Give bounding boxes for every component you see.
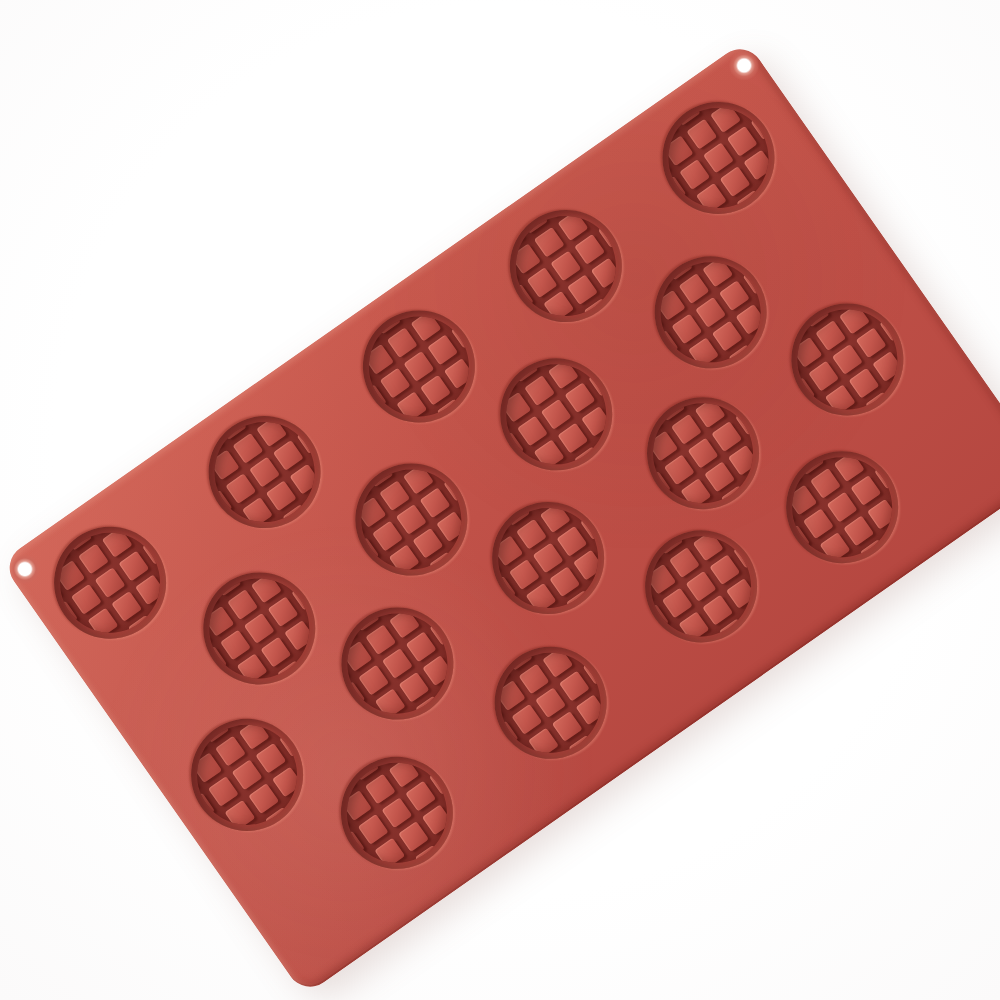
waffle-square bbox=[728, 445, 759, 476]
waffle-square bbox=[429, 552, 460, 583]
waffle-square bbox=[237, 653, 268, 684]
waffle-square bbox=[334, 831, 365, 862]
waffle-square bbox=[128, 615, 159, 646]
waffle-square bbox=[703, 143, 734, 174]
waffle-grid bbox=[778, 290, 917, 429]
waffle-cavity bbox=[181, 550, 337, 706]
waffle-square bbox=[542, 647, 573, 678]
waffle-square bbox=[488, 721, 519, 752]
waffle-square bbox=[301, 644, 329, 675]
waffle-square bbox=[599, 678, 620, 709]
waffle-square bbox=[277, 661, 308, 692]
waffle-square bbox=[348, 750, 379, 781]
waffle-square bbox=[558, 210, 589, 241]
waffle-square bbox=[523, 488, 554, 509]
waffle-square bbox=[631, 540, 659, 571]
waffle-cavity bbox=[640, 80, 796, 236]
waffle-square bbox=[678, 384, 709, 405]
waffle-square bbox=[645, 564, 676, 595]
waffle-square bbox=[61, 520, 92, 551]
waffle-square bbox=[670, 95, 701, 126]
waffle-square bbox=[743, 602, 771, 633]
waffle-square bbox=[427, 335, 458, 366]
waffle-square bbox=[767, 133, 788, 164]
waffle-grid bbox=[349, 297, 488, 436]
waffle-square bbox=[478, 512, 506, 543]
waffle-square bbox=[849, 368, 880, 399]
waffle-square bbox=[820, 532, 851, 563]
waffle-square bbox=[487, 368, 515, 399]
waffle-square bbox=[406, 632, 437, 663]
waffle-square bbox=[40, 577, 61, 608]
waffle-square bbox=[405, 568, 436, 589]
waffle-square bbox=[492, 536, 523, 567]
waffle-square bbox=[569, 735, 600, 766]
waffle-square bbox=[422, 805, 453, 836]
waffle-square bbox=[396, 504, 427, 535]
waffle-square bbox=[686, 119, 717, 150]
waffle-square bbox=[373, 594, 404, 615]
waffle-square bbox=[719, 280, 750, 311]
waffle-square bbox=[633, 447, 654, 478]
waffle-square bbox=[652, 524, 683, 555]
waffle-square bbox=[778, 354, 799, 385]
waffle-square bbox=[540, 502, 571, 533]
waffle-square bbox=[327, 807, 348, 838]
waffle-square bbox=[592, 718, 620, 749]
waffle-square bbox=[558, 423, 589, 454]
waffle-square bbox=[686, 571, 717, 602]
waffle-square bbox=[836, 556, 867, 577]
waffle-cavity bbox=[319, 735, 475, 891]
waffle-square bbox=[373, 408, 404, 436]
waffle-square bbox=[615, 241, 636, 272]
waffle-square bbox=[508, 352, 539, 383]
waffle-square bbox=[710, 102, 741, 133]
waffle-square bbox=[342, 473, 370, 504]
waffle-square bbox=[413, 528, 444, 559]
waffle-square bbox=[648, 330, 679, 361]
waffle-square bbox=[225, 800, 256, 831]
waffle-square bbox=[590, 574, 618, 605]
waffle-square bbox=[135, 574, 166, 605]
waffle-square bbox=[429, 764, 460, 795]
waffle-square bbox=[415, 696, 446, 727]
waffle-square bbox=[363, 457, 394, 488]
waffle-square bbox=[195, 426, 223, 457]
waffle-square bbox=[382, 648, 413, 679]
waffle-square bbox=[380, 368, 411, 399]
waffle-square bbox=[566, 633, 597, 661]
waffle-square bbox=[104, 632, 135, 653]
waffle-square bbox=[211, 566, 242, 597]
waffle-grid bbox=[772, 438, 911, 577]
waffle-square bbox=[817, 438, 848, 459]
waffle-square bbox=[641, 307, 662, 338]
waffle-square bbox=[584, 298, 615, 329]
waffle-square bbox=[297, 423, 328, 454]
waffle-square bbox=[195, 466, 216, 497]
waffle-square bbox=[209, 450, 240, 481]
waffle-square bbox=[735, 405, 766, 436]
waffle-square bbox=[559, 671, 590, 702]
waffle-square bbox=[78, 544, 109, 575]
waffle-square bbox=[222, 705, 253, 726]
waffle-square bbox=[531, 345, 562, 366]
waffle-square bbox=[291, 580, 322, 611]
waffle-grid bbox=[40, 513, 179, 652]
waffle-square bbox=[356, 384, 387, 415]
waffle-square bbox=[858, 438, 889, 466]
waffle-square bbox=[487, 409, 508, 440]
waffle-square bbox=[686, 243, 717, 264]
waffle-square bbox=[259, 521, 290, 542]
waffle-square bbox=[365, 561, 396, 589]
waffle-square bbox=[351, 705, 382, 733]
waffle-square bbox=[283, 504, 314, 535]
waffle-square bbox=[863, 290, 894, 318]
waffle-square bbox=[427, 450, 458, 478]
waffle-square bbox=[227, 589, 258, 620]
waffle-square bbox=[365, 624, 396, 655]
waffle-square bbox=[375, 689, 406, 720]
waffle-square bbox=[679, 611, 710, 642]
waffle-square bbox=[526, 633, 557, 654]
waffle-square bbox=[342, 514, 363, 545]
waffle-square bbox=[580, 509, 611, 540]
waffle-square bbox=[430, 615, 461, 646]
waffle-square bbox=[142, 534, 173, 565]
waffle-square bbox=[657, 495, 688, 523]
waffle-square bbox=[204, 606, 235, 637]
waffle-square bbox=[481, 697, 502, 728]
waffle-grid bbox=[496, 196, 635, 335]
waffle-square bbox=[495, 680, 526, 711]
waffle-square bbox=[834, 451, 865, 482]
waffle-square bbox=[736, 190, 767, 221]
waffle-square bbox=[502, 640, 533, 671]
waffle-square bbox=[696, 183, 727, 214]
waffle-grid bbox=[478, 488, 617, 627]
waffle-square bbox=[190, 582, 218, 613]
waffle-square bbox=[712, 321, 743, 352]
waffle-square bbox=[265, 807, 296, 838]
waffle-square bbox=[374, 838, 405, 869]
waffle-square bbox=[415, 845, 446, 876]
waffle-square bbox=[752, 428, 773, 459]
waffle-square bbox=[726, 578, 757, 609]
waffle-square bbox=[649, 152, 670, 183]
waffle-square bbox=[412, 743, 443, 771]
waffle-square bbox=[119, 551, 150, 582]
waffle-square bbox=[496, 220, 524, 251]
waffle-square bbox=[372, 521, 403, 552]
waffle-square bbox=[573, 550, 604, 581]
waffle-square bbox=[404, 351, 435, 382]
waffle-square bbox=[597, 533, 618, 564]
waffle-square bbox=[598, 217, 629, 248]
waffle-square bbox=[152, 598, 180, 629]
waffle-square bbox=[541, 196, 572, 217]
waffle-square bbox=[502, 600, 533, 628]
waffle-square bbox=[751, 109, 782, 140]
waffle-square bbox=[778, 313, 806, 344]
waffle-square bbox=[842, 408, 873, 429]
waffle-cavity bbox=[32, 505, 188, 661]
waffle-square bbox=[394, 297, 425, 318]
waffle-square bbox=[503, 284, 534, 315]
waffle-square bbox=[565, 382, 596, 413]
waffle-grid bbox=[190, 559, 329, 698]
waffle-square bbox=[679, 159, 710, 190]
waffle-square bbox=[248, 783, 279, 814]
waffle-square bbox=[328, 658, 349, 689]
waffle-square bbox=[413, 594, 444, 622]
waffle-square bbox=[439, 828, 467, 859]
waffle-square bbox=[446, 788, 467, 819]
waffle-square bbox=[422, 655, 453, 686]
waffle-square bbox=[591, 258, 622, 289]
waffle-square bbox=[796, 549, 827, 577]
waffle-square bbox=[272, 767, 303, 798]
waffle-square bbox=[550, 463, 581, 484]
waffle-square bbox=[504, 744, 535, 772]
waffle-square bbox=[159, 558, 180, 589]
waffle-square bbox=[263, 705, 294, 733]
waffle-square bbox=[598, 430, 626, 461]
waffle-grid bbox=[649, 88, 788, 227]
waffle-square bbox=[704, 462, 735, 493]
waffle-square bbox=[453, 535, 481, 566]
waffle-square bbox=[688, 337, 719, 368]
waffle-square bbox=[342, 641, 373, 672]
waffle-grid bbox=[631, 517, 770, 656]
waffle-square bbox=[261, 637, 292, 668]
waffle-square bbox=[280, 402, 311, 430]
waffle-square bbox=[860, 539, 891, 570]
waffle-square bbox=[672, 314, 703, 345]
waffle-square bbox=[389, 757, 420, 788]
waffle-square bbox=[801, 401, 832, 429]
waffle-square bbox=[721, 485, 752, 516]
waffle-square bbox=[517, 416, 548, 447]
waffle-square bbox=[496, 260, 517, 291]
waffle-square bbox=[177, 769, 198, 800]
waffle-square bbox=[279, 726, 310, 757]
waffle-square bbox=[605, 390, 626, 421]
waffle-square bbox=[268, 596, 299, 627]
waffle-grid bbox=[195, 402, 334, 541]
waffle-square bbox=[564, 488, 595, 516]
waffle-square bbox=[851, 475, 882, 506]
waffle-square bbox=[744, 150, 775, 181]
waffle-square bbox=[233, 433, 264, 464]
waffle-square bbox=[527, 267, 558, 298]
waffle-square bbox=[436, 511, 467, 542]
waffle-square bbox=[672, 200, 703, 228]
waffle-square bbox=[220, 630, 251, 661]
waffle-square bbox=[534, 227, 565, 258]
waffle-square bbox=[663, 135, 694, 166]
waffle-square bbox=[655, 628, 686, 656]
waffle-square bbox=[372, 743, 403, 764]
waffle-cavity bbox=[473, 625, 629, 781]
waffle-square bbox=[520, 308, 551, 336]
waffle-square bbox=[702, 257, 733, 288]
waffle-square bbox=[676, 517, 707, 538]
waffle-square bbox=[574, 234, 605, 265]
waffle-square bbox=[485, 576, 516, 607]
waffle-square bbox=[201, 817, 232, 845]
waffle-square bbox=[216, 409, 247, 440]
waffle-square bbox=[213, 670, 244, 698]
waffle-square bbox=[308, 604, 329, 635]
waffle-square bbox=[358, 814, 389, 845]
waffle-square bbox=[803, 508, 834, 539]
waffle-square bbox=[239, 719, 270, 750]
waffle-square bbox=[524, 375, 555, 406]
waffle-grid bbox=[633, 384, 772, 523]
waffle-square bbox=[572, 345, 603, 373]
waffle-square bbox=[208, 776, 239, 807]
waffle-square bbox=[88, 608, 119, 639]
waffle-square bbox=[549, 566, 580, 597]
waffle-square bbox=[40, 536, 68, 567]
waffle-square bbox=[510, 456, 541, 484]
waffle-square bbox=[349, 361, 370, 392]
waffle-square bbox=[872, 351, 903, 382]
waffle-square bbox=[664, 454, 695, 485]
waffle-cavity bbox=[769, 281, 925, 437]
waffle-square bbox=[779, 525, 810, 556]
waffle-square bbox=[832, 344, 863, 375]
waffle-square bbox=[874, 459, 905, 490]
waffle-square bbox=[413, 415, 444, 436]
waffle-square bbox=[519, 664, 550, 695]
waffle-cavity bbox=[341, 288, 497, 444]
waffle-square bbox=[743, 264, 774, 295]
waffle-square bbox=[541, 399, 572, 430]
waffle-square bbox=[64, 624, 95, 652]
waffle-square bbox=[823, 290, 854, 311]
waffle-square bbox=[654, 390, 685, 421]
waffle-square bbox=[446, 639, 467, 670]
waffle-square bbox=[370, 304, 401, 335]
waffle-square bbox=[481, 657, 509, 688]
waffle-square bbox=[253, 677, 284, 698]
waffle-grid bbox=[641, 243, 780, 382]
waffle-square bbox=[656, 176, 687, 207]
waffle-square bbox=[111, 591, 142, 622]
waffle-square bbox=[655, 290, 686, 321]
waffle-square bbox=[760, 173, 788, 204]
waffle-square bbox=[772, 501, 793, 532]
waffle-square bbox=[341, 790, 372, 821]
waffle-square bbox=[711, 421, 742, 452]
waffle-square bbox=[95, 567, 126, 598]
waffle-square bbox=[662, 250, 693, 281]
waffle-square bbox=[289, 790, 317, 821]
waffle-square bbox=[399, 672, 430, 703]
waffle-square bbox=[759, 288, 780, 319]
waffle-square bbox=[543, 291, 574, 322]
waffle-square bbox=[534, 439, 565, 470]
waffle-square bbox=[389, 608, 420, 639]
waffle-square bbox=[808, 361, 839, 392]
waffle-square bbox=[266, 481, 297, 512]
waffle-square bbox=[420, 488, 451, 519]
waffle-square bbox=[719, 619, 750, 650]
waffle-square bbox=[85, 513, 116, 534]
waffle-square bbox=[190, 623, 211, 654]
waffle-cavity bbox=[478, 336, 634, 492]
waffle-square bbox=[392, 712, 423, 733]
waffle-square bbox=[641, 266, 669, 297]
waffle-cavity bbox=[488, 188, 644, 344]
waffle-square bbox=[825, 385, 856, 416]
waffle-square bbox=[510, 244, 541, 275]
waffle-square bbox=[351, 854, 382, 882]
waffle-square bbox=[356, 497, 387, 528]
waffle-square bbox=[439, 679, 467, 710]
waffle-square bbox=[517, 203, 548, 234]
waffle-square bbox=[251, 573, 282, 604]
waffle-square bbox=[631, 581, 652, 612]
waffle-square bbox=[792, 337, 823, 368]
waffle-square bbox=[884, 523, 912, 554]
waffle-square bbox=[284, 620, 315, 651]
waffle-square bbox=[516, 519, 547, 550]
waffle-square bbox=[126, 513, 157, 541]
waffle-square bbox=[468, 342, 489, 373]
waffle-square bbox=[891, 482, 912, 513]
waffle-square bbox=[896, 335, 917, 366]
waffle-square bbox=[856, 327, 887, 358]
waffle-square bbox=[382, 797, 413, 828]
waffle-square bbox=[633, 407, 661, 438]
waffle-square bbox=[688, 438, 719, 469]
waffle-square bbox=[461, 382, 489, 413]
waffle-square bbox=[405, 781, 436, 812]
waffle-cavity bbox=[764, 429, 920, 585]
photo-background bbox=[0, 0, 1000, 1000]
waffle-square bbox=[198, 712, 229, 743]
waffle-square bbox=[215, 736, 246, 767]
waffle-square bbox=[662, 588, 693, 619]
waffle-square bbox=[713, 207, 744, 228]
waffle-square bbox=[695, 297, 726, 328]
waffle-square bbox=[358, 665, 389, 696]
waffle-square bbox=[202, 490, 233, 521]
waffle-square bbox=[581, 196, 612, 224]
waffle-square bbox=[726, 243, 757, 271]
waffle-square bbox=[638, 604, 669, 635]
waffle-square bbox=[47, 601, 78, 632]
waffle-square bbox=[772, 461, 800, 492]
waffle-cavity bbox=[187, 394, 343, 550]
waffle-square bbox=[184, 793, 215, 824]
waffle-square bbox=[398, 821, 429, 852]
waffle-square bbox=[242, 497, 273, 528]
waffle-cavity bbox=[319, 586, 475, 742]
waffle-square bbox=[249, 457, 280, 488]
waffle-cavity bbox=[470, 480, 626, 636]
waffle-square bbox=[218, 514, 249, 542]
waffle-square bbox=[693, 531, 724, 562]
waffle-square bbox=[500, 392, 531, 423]
waffle-square bbox=[313, 447, 334, 478]
waffle-square bbox=[727, 126, 758, 157]
